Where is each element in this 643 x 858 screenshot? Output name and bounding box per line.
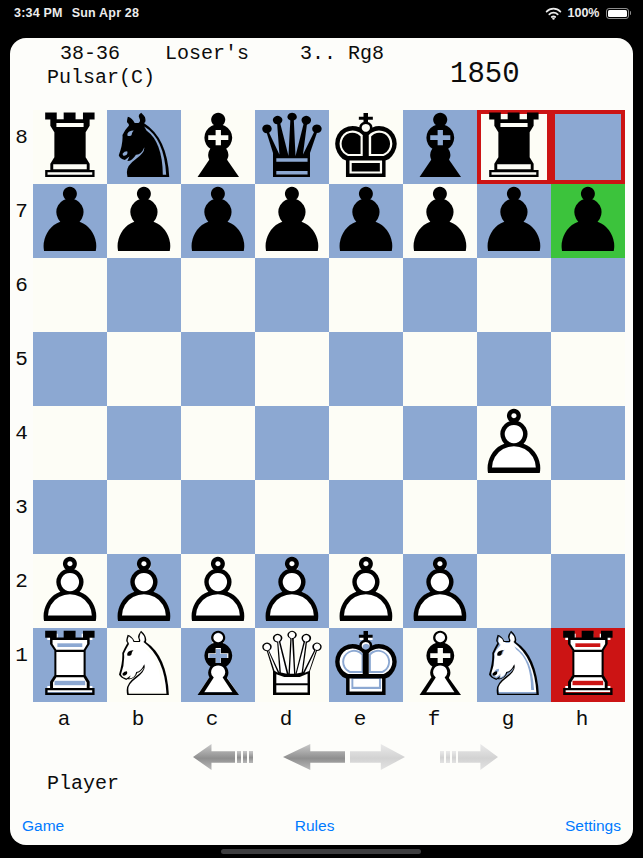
black-pawn: ♟ xyxy=(329,184,403,258)
square-c3[interactable] xyxy=(181,480,255,554)
white-knight: ♘ xyxy=(107,628,181,702)
square-f7[interactable]: ♟ xyxy=(403,184,477,258)
player-label: Player xyxy=(47,772,119,795)
bottom-toolbar: Game Rules Settings xyxy=(22,817,621,835)
rank-label-8: 8 xyxy=(10,100,33,174)
black-knight: ♞ xyxy=(107,110,181,184)
white-queen-fill: ♛ xyxy=(255,628,329,702)
black-king: ♚ xyxy=(329,110,403,184)
white-king-fill: ♚ xyxy=(329,628,403,702)
square-g2[interactable] xyxy=(477,554,551,628)
file-label-d: d xyxy=(249,702,323,736)
square-h7[interactable]: ♟ xyxy=(551,184,625,258)
status-bar: 3:34 PM Sun Apr 28 100% xyxy=(0,0,643,38)
white-pawn: ♙ xyxy=(403,554,477,628)
home-indicator[interactable] xyxy=(221,849,421,854)
chess-board: ♜♞♝♛♚♝♜♟♟♟♟♟♟♟♟♟♙♟♙♟♙♟♙♟♙♟♙♟♙♜♖♞♘♝♗♛♕♚♔♝… xyxy=(33,110,625,702)
square-c7[interactable]: ♟ xyxy=(181,184,255,258)
battery-nub xyxy=(630,11,632,15)
square-a8[interactable]: ♜ xyxy=(33,110,107,184)
variant-name: Loser's xyxy=(165,42,249,65)
white-pawn-fill: ♟ xyxy=(329,554,403,628)
step-back-button[interactable] xyxy=(283,744,345,770)
white-pawn-fill: ♟ xyxy=(403,554,477,628)
square-f5[interactable] xyxy=(403,332,477,406)
rank-label-5: 5 xyxy=(10,322,33,396)
rewind-bar xyxy=(237,751,241,763)
square-e4[interactable] xyxy=(329,406,403,480)
square-a5[interactable] xyxy=(33,332,107,406)
wifi-icon xyxy=(545,7,562,20)
square-g4[interactable]: ♟♙ xyxy=(477,406,551,480)
black-pawn: ♟ xyxy=(477,184,551,258)
black-pawn: ♟ xyxy=(551,184,625,258)
square-h5[interactable] xyxy=(551,332,625,406)
black-pawn: ♟ xyxy=(403,184,477,258)
black-pawn: ♟ xyxy=(255,184,329,258)
square-c6[interactable] xyxy=(181,258,255,332)
square-a4[interactable] xyxy=(33,406,107,480)
back-arrow-icon xyxy=(283,744,345,770)
white-pawn-fill: ♟ xyxy=(255,554,329,628)
square-b1[interactable]: ♞♘ xyxy=(107,628,181,702)
square-c8[interactable]: ♝ xyxy=(181,110,255,184)
square-h4[interactable] xyxy=(551,406,625,480)
square-f2[interactable]: ♟♙ xyxy=(403,554,477,628)
square-f8[interactable]: ♝ xyxy=(403,110,477,184)
white-knight-fill: ♞ xyxy=(477,628,551,702)
black-bishop: ♝ xyxy=(403,110,477,184)
white-pawn: ♙ xyxy=(107,554,181,628)
app-window: 38-36 Loser's 3.. Rg8 Pulsar(C) 1850 876… xyxy=(10,38,633,845)
step-forward-button[interactable] xyxy=(350,744,405,770)
file-label-g: g xyxy=(471,702,545,736)
rank-label-4: 4 xyxy=(10,396,33,470)
white-pawn: ♙ xyxy=(329,554,403,628)
white-pawn-fill: ♟ xyxy=(33,554,107,628)
square-b8[interactable]: ♞ xyxy=(107,110,181,184)
fast-forward-bar xyxy=(440,751,444,763)
white-knight-fill: ♞ xyxy=(107,628,181,702)
rank-labels: 87654321 xyxy=(10,110,33,702)
square-c2[interactable]: ♟♙ xyxy=(181,554,255,628)
rewind-arrow-icon xyxy=(193,744,235,770)
square-b5[interactable] xyxy=(107,332,181,406)
battery-icon xyxy=(606,8,629,19)
rewind-bar xyxy=(249,751,253,763)
square-d6[interactable] xyxy=(255,258,329,332)
white-bishop-fill: ♝ xyxy=(403,628,477,702)
rules-button[interactable]: Rules xyxy=(295,817,335,835)
square-d7[interactable]: ♟ xyxy=(255,184,329,258)
white-pawn-fill: ♟ xyxy=(181,554,255,628)
square-a7[interactable]: ♟ xyxy=(33,184,107,258)
square-b7[interactable]: ♟ xyxy=(107,184,181,258)
fast-forward-arrow-icon xyxy=(458,744,498,770)
black-queen: ♛ xyxy=(255,110,329,184)
square-g3[interactable] xyxy=(477,480,551,554)
square-d1[interactable]: ♛♕ xyxy=(255,628,329,702)
square-a3[interactable] xyxy=(33,480,107,554)
square-c5[interactable] xyxy=(181,332,255,406)
white-knight: ♘ xyxy=(477,628,551,702)
square-a2[interactable]: ♟♙ xyxy=(33,554,107,628)
opponent-rating: 1850 xyxy=(450,58,520,91)
square-h1[interactable]: ♜♖ xyxy=(551,628,625,702)
rank-label-3: 3 xyxy=(10,470,33,544)
square-h8[interactable] xyxy=(551,110,625,184)
white-bishop-fill: ♝ xyxy=(181,628,255,702)
white-rook: ♖ xyxy=(551,628,625,702)
white-queen: ♕ xyxy=(255,628,329,702)
file-labels: abcdefgh xyxy=(33,702,625,736)
white-rook: ♖ xyxy=(33,628,107,702)
square-a6[interactable] xyxy=(33,258,107,332)
white-pawn-fill: ♟ xyxy=(477,406,551,480)
square-g1[interactable]: ♞♘ xyxy=(477,628,551,702)
square-g5[interactable] xyxy=(477,332,551,406)
file-label-a: a xyxy=(27,702,101,736)
black-rook: ♜ xyxy=(477,110,551,184)
square-b3[interactable] xyxy=(107,480,181,554)
white-king: ♔ xyxy=(329,628,403,702)
square-g8[interactable]: ♜ xyxy=(477,110,551,184)
black-rook: ♜ xyxy=(33,110,107,184)
square-e8[interactable]: ♚ xyxy=(329,110,403,184)
opponent-name: Pulsar(C) xyxy=(47,66,155,89)
square-d5[interactable] xyxy=(255,332,329,406)
white-pawn: ♙ xyxy=(477,406,551,480)
white-pawn: ♙ xyxy=(33,554,107,628)
rank-label-6: 6 xyxy=(10,248,33,322)
square-d8[interactable]: ♛ xyxy=(255,110,329,184)
rank-label-7: 7 xyxy=(10,174,33,248)
square-b2[interactable]: ♟♙ xyxy=(107,554,181,628)
white-bishop: ♗ xyxy=(403,628,477,702)
square-d3[interactable] xyxy=(255,480,329,554)
forward-arrow-icon xyxy=(350,744,405,770)
file-label-h: h xyxy=(545,702,619,736)
square-e2[interactable]: ♟♙ xyxy=(329,554,403,628)
white-rook-fill: ♜ xyxy=(551,628,625,702)
square-e1[interactable]: ♚♔ xyxy=(329,628,403,702)
white-pawn-fill: ♟ xyxy=(107,554,181,628)
jump-to-start-button[interactable] xyxy=(193,744,253,770)
status-date: Sun Apr 28 xyxy=(72,6,140,20)
black-pawn: ♟ xyxy=(33,184,107,258)
rank-label-1: 1 xyxy=(10,618,33,692)
square-e3[interactable] xyxy=(329,480,403,554)
file-label-e: e xyxy=(323,702,397,736)
white-bishop: ♗ xyxy=(181,628,255,702)
square-f3[interactable] xyxy=(403,480,477,554)
square-d2[interactable]: ♟♙ xyxy=(255,554,329,628)
game-menu-button[interactable]: Game xyxy=(22,817,64,835)
rank-label-2: 2 xyxy=(10,544,33,618)
square-b4[interactable] xyxy=(107,406,181,480)
square-f4[interactable] xyxy=(403,406,477,480)
black-bishop: ♝ xyxy=(181,110,255,184)
square-f1[interactable]: ♝♗ xyxy=(403,628,477,702)
square-b6[interactable] xyxy=(107,258,181,332)
white-pawn: ♙ xyxy=(255,554,329,628)
square-h2[interactable] xyxy=(551,554,625,628)
square-c1[interactable]: ♝♗ xyxy=(181,628,255,702)
game-number: 38-36 xyxy=(60,42,120,65)
black-pawn: ♟ xyxy=(181,184,255,258)
square-a1[interactable]: ♜♖ xyxy=(33,628,107,702)
square-e5[interactable] xyxy=(329,332,403,406)
square-g7[interactable]: ♟ xyxy=(477,184,551,258)
black-pawn: ♟ xyxy=(107,184,181,258)
file-label-c: c xyxy=(175,702,249,736)
square-g6[interactable] xyxy=(477,258,551,332)
square-c4[interactable] xyxy=(181,406,255,480)
rewind-bar xyxy=(243,751,247,763)
white-rook-fill: ♜ xyxy=(33,628,107,702)
file-label-f: f xyxy=(397,702,471,736)
white-pawn: ♙ xyxy=(181,554,255,628)
settings-button[interactable]: Settings xyxy=(565,817,621,835)
ipad-screen: 3:34 PM Sun Apr 28 100% 38-36 Loser's 3.… xyxy=(0,0,643,858)
square-h3[interactable] xyxy=(551,480,625,554)
square-e7[interactable]: ♟ xyxy=(329,184,403,258)
square-f6[interactable] xyxy=(403,258,477,332)
square-e6[interactable] xyxy=(329,258,403,332)
status-time: 3:34 PM xyxy=(14,6,63,20)
jump-to-end-button[interactable] xyxy=(440,744,498,770)
square-h6[interactable] xyxy=(551,258,625,332)
last-move: 3.. Rg8 xyxy=(300,42,384,65)
fast-forward-bar xyxy=(452,751,456,763)
fast-forward-bar xyxy=(446,751,450,763)
file-label-b: b xyxy=(101,702,175,736)
square-d4[interactable] xyxy=(255,406,329,480)
battery-percent: 100% xyxy=(568,6,600,20)
